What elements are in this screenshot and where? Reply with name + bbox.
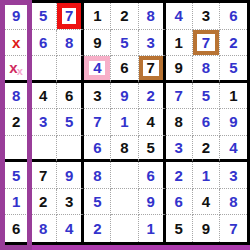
cell-r7c2[interactable]: 7 [30,162,57,189]
cell-r2c4[interactable]: 9 [84,30,111,57]
sudoku-app-window: 957128436x68953172xx46798584639275123571… [0,0,250,250]
digit: 7 [175,88,183,103]
digit: 4 [146,114,154,129]
digit: 7 [202,35,210,50]
digit: 9 [93,35,101,50]
digit: 8 [39,221,47,236]
digit: 8 [12,88,20,103]
cell-r6c7[interactable]: 3 [166,136,193,163]
digit: 2 [146,88,154,103]
digit: 8 [65,35,73,50]
digit: 9 [229,114,237,129]
digit: 5 [12,168,20,183]
cell-r2c9[interactable]: 2 [220,30,247,57]
digit: 2 [202,140,210,155]
cell-r4c7[interactable]: 7 [166,83,193,110]
cell-r3c8[interactable]: 8 [193,56,220,83]
digit: 1 [146,221,154,236]
cell-r7c9[interactable]: 3 [220,162,247,189]
cell-r7c8[interactable]: 1 [193,162,220,189]
digit: 7 [146,60,154,75]
digit: 3 [93,88,101,103]
digit: 5 [175,221,183,236]
x-pencil-mark-sub: x [17,66,23,77]
digit: 2 [39,194,47,209]
cell-r5c9[interactable]: 9 [220,109,247,136]
digit: 4 [93,60,101,75]
digit: 6 [175,194,183,209]
digit: 5 [202,88,210,103]
digit: 3 [202,8,210,23]
cell-r2c2[interactable]: 6 [30,30,57,57]
digit: 2 [120,8,128,23]
cell-r5c8[interactable]: 6 [193,109,220,136]
cell-r9c5[interactable] [111,215,138,242]
cell-r7c6[interactable]: 6 [139,162,166,189]
digit: 7 [65,8,73,23]
digit: 6 [229,8,237,23]
cell-r3c4[interactable]: 4 [84,56,111,83]
sudoku-board: 957128436x68953172xx46798584639275123571… [0,0,250,245]
digit: 4 [229,140,237,155]
cell-r9c1[interactable]: 6 [3,215,30,242]
cell-r6c6[interactable]: 5 [139,136,166,163]
digit: 8 [229,194,237,209]
cell-r1c5[interactable]: 2 [111,3,138,30]
digit: 6 [146,168,154,183]
digit: 7 [39,168,47,183]
cell-r7c4[interactable]: 8 [84,162,111,189]
cell-r3c5[interactable]: 6 [111,56,138,83]
cell-r5c2[interactable]: 3 [30,109,57,136]
cell-r6c2[interactable] [30,136,57,163]
cell-r1c7[interactable]: 4 [166,3,193,30]
cell-r3c6[interactable]: 7 [139,56,166,83]
digit: 7 [229,221,237,236]
digit: 6 [12,221,20,236]
cell-r8c6[interactable]: 9 [139,189,166,216]
cell-r1c9[interactable]: 6 [220,3,247,30]
cell-r5c6[interactable]: 4 [139,109,166,136]
cell-r8c5[interactable] [111,189,138,216]
digit: 5 [93,194,101,209]
digit: 1 [229,88,237,103]
cell-r8c2[interactable]: 2 [30,189,57,216]
cell-r6c5[interactable]: 8 [111,136,138,163]
cell-r1c2[interactable]: 5 [30,3,57,30]
digit: 3 [229,168,237,183]
digit: 5 [39,8,47,23]
digit: 4 [175,8,183,23]
digit: 9 [146,194,154,209]
window-background-strip [0,245,250,250]
cell-r6c8[interactable]: 2 [193,136,220,163]
digit: 8 [202,60,210,75]
digit: 3 [175,140,183,155]
digit: 1 [120,114,128,129]
digit: 9 [12,8,20,23]
digit: 2 [12,114,20,129]
cell-r3c7[interactable]: 9 [166,56,193,83]
digit: 3 [146,35,154,50]
x-pencil-mark: x [12,35,20,50]
digit: 8 [146,8,154,23]
cell-r7c1[interactable]: 5 [3,162,30,189]
cell-r3c2[interactable] [30,56,57,83]
cell-r4c1[interactable]: 8 [3,83,30,110]
cell-r7c5[interactable] [111,162,138,189]
digit: 5 [120,35,128,50]
digit: 1 [93,8,101,23]
cell-r9c6[interactable]: 1 [139,215,166,242]
cell-r4c5[interactable]: 9 [111,83,138,110]
digit: 6 [93,140,101,155]
cell-r4c6[interactable]: 2 [139,83,166,110]
cell-r4c8[interactable]: 5 [193,83,220,110]
cell-r5c3[interactable]: 5 [57,109,84,136]
cell-r3c1[interactable]: xx [3,56,30,83]
cell-r8c1[interactable]: 1 [3,189,30,216]
cell-r4c4[interactable]: 3 [84,83,111,110]
cell-r4c9[interactable]: 1 [220,83,247,110]
cell-r8c4[interactable]: 5 [84,189,111,216]
digit: 9 [65,168,73,183]
cell-r1c1[interactable]: 9 [3,3,30,30]
digit: 3 [39,114,47,129]
digit: 8 [93,168,101,183]
digit: 8 [175,114,183,129]
cell-r1c6[interactable]: 8 [139,3,166,30]
cell-r8c7[interactable]: 6 [166,189,193,216]
cell-r9c7[interactable]: 5 [166,215,193,242]
cell-r6c3[interactable] [57,136,84,163]
digit: 6 [39,35,47,50]
cell-r2c6[interactable]: 3 [139,30,166,57]
digit: 1 [202,168,210,183]
digit: 9 [202,221,210,236]
cell-r1c4[interactable]: 1 [84,3,111,30]
digit: 4 [65,221,73,236]
cell-r1c8[interactable]: 3 [193,3,220,30]
cell-r2c1[interactable]: x [3,30,30,57]
cell-r2c3[interactable]: 8 [57,30,84,57]
cell-r4c3[interactable]: 6 [57,83,84,110]
digit: 6 [202,114,210,129]
digit: 2 [229,35,237,50]
digit: 1 [12,194,20,209]
digit: 4 [202,194,210,209]
digit: 4 [39,88,47,103]
digit: 6 [120,60,128,75]
digit: 1 [175,35,183,50]
cell-r9c9[interactable]: 7 [220,215,247,242]
digit: 8 [120,140,128,155]
cell-r1c3[interactable]: 7 [57,3,84,30]
digit: 5 [146,140,154,155]
cell-r3c9[interactable]: 5 [220,56,247,83]
digit: 5 [229,60,237,75]
cell-r9c2[interactable]: 8 [30,215,57,242]
digit: 5 [65,114,73,129]
digit: 7 [93,114,101,129]
cell-r5c4[interactable]: 7 [84,109,111,136]
digit: 6 [65,88,73,103]
cell-r9c8[interactable]: 9 [193,215,220,242]
cell-r9c4[interactable]: 2 [84,215,111,242]
digit: 2 [93,221,101,236]
cell-r6c4[interactable]: 6 [84,136,111,163]
cell-r6c1[interactable] [3,136,30,163]
cell-r4c2[interactable]: 4 [30,83,57,110]
cell-r8c3[interactable]: 3 [57,189,84,216]
cell-r5c5[interactable]: 1 [111,109,138,136]
cell-r2c8[interactable]: 7 [193,30,220,57]
digit: 9 [175,60,183,75]
cell-r8c8[interactable]: 4 [193,189,220,216]
cell-r6c9[interactable]: 4 [220,136,247,163]
cell-r5c1[interactable]: 2 [3,109,30,136]
cell-r5c7[interactable]: 8 [166,109,193,136]
digit: 3 [65,194,73,209]
cell-r8c9[interactable]: 8 [220,189,247,216]
cell-r2c5[interactable]: 5 [111,30,138,57]
cell-r7c3[interactable]: 9 [57,162,84,189]
cell-r9c3[interactable]: 4 [57,215,84,242]
cell-r2c7[interactable]: 1 [166,30,193,57]
cell-r3c3[interactable] [57,56,84,83]
cell-r7c7[interactable]: 2 [166,162,193,189]
digit: 2 [175,168,183,183]
digit: 9 [120,88,128,103]
